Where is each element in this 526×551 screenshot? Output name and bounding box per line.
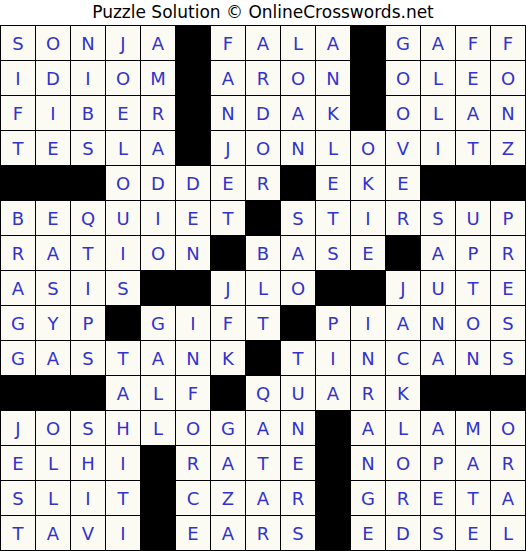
cell-r7c8: B: [246, 236, 280, 270]
block-r3c6: [176, 96, 210, 130]
block-r14c5: [141, 481, 175, 515]
cell-r7c15: R: [491, 236, 525, 270]
cell-r3c3: B: [71, 96, 105, 130]
cell-r15c12: D: [386, 516, 420, 550]
cell-r8c15: E: [491, 271, 525, 305]
cell-r12c7: G: [211, 411, 245, 445]
cell-r2c13: L: [421, 61, 455, 95]
cell-r4c12: V: [386, 131, 420, 165]
cell-r9c10: P: [316, 306, 350, 340]
cell-r11c8: Q: [246, 376, 280, 410]
cell-r3c7: N: [211, 96, 245, 130]
cell-r5c5: D: [141, 166, 175, 200]
cell-r8c4: S: [106, 271, 140, 305]
cell-r13c6: R: [176, 446, 210, 480]
cell-r12c12: L: [386, 411, 420, 445]
cell-r4c9: N: [281, 131, 315, 165]
cell-r6c7: T: [211, 201, 245, 235]
cell-r4c13: I: [421, 131, 455, 165]
cell-r13c4: I: [106, 446, 140, 480]
cell-r9c7: F: [211, 306, 245, 340]
cell-r9c8: T: [246, 306, 280, 340]
cell-r12c6: O: [176, 411, 210, 445]
cell-r2c5: M: [141, 61, 175, 95]
cell-r7c13: A: [421, 236, 455, 270]
puzzle-page: Puzzle Solution © OnlineCrosswords.net S…: [0, 0, 526, 551]
cell-r1c2: O: [36, 26, 70, 60]
cell-r13c1: E: [1, 446, 35, 480]
block-r6c8: [246, 201, 280, 235]
cell-r2c8: R: [246, 61, 280, 95]
cell-r9c14: O: [456, 306, 490, 340]
cell-r3c5: R: [141, 96, 175, 130]
block-r12c10: [316, 411, 350, 445]
cell-r10c7: K: [211, 341, 245, 375]
cell-r10c11: N: [351, 341, 385, 375]
cell-r3c4: E: [106, 96, 140, 130]
cell-r15c14: E: [456, 516, 490, 550]
cell-r2c4: O: [106, 61, 140, 95]
block-r7c7: [211, 236, 245, 270]
cell-r6c6: E: [176, 201, 210, 235]
cell-r10c4: T: [106, 341, 140, 375]
cell-r10c5: A: [141, 341, 175, 375]
block-r8c6: [176, 271, 210, 305]
cell-r6c10: T: [316, 201, 350, 235]
cell-r15c15: L: [491, 516, 525, 550]
cell-r12c1: J: [1, 411, 35, 445]
cell-r6c2: E: [36, 201, 70, 235]
cell-r6c5: I: [141, 201, 175, 235]
block-r8c5: [141, 271, 175, 305]
cell-r12c15: O: [491, 411, 525, 445]
cell-r9c5: G: [141, 306, 175, 340]
block-r11c3: [71, 376, 105, 410]
cell-r2c2: D: [36, 61, 70, 95]
cell-r4c4: L: [106, 131, 140, 165]
cell-r5c10: E: [316, 166, 350, 200]
cell-r7c2: A: [36, 236, 70, 270]
block-r10c8: [246, 341, 280, 375]
cell-r11c9: U: [281, 376, 315, 410]
block-r5c15: [491, 166, 525, 200]
cell-r12c3: S: [71, 411, 105, 445]
cell-r14c6: C: [176, 481, 210, 515]
cell-r1c14: F: [456, 26, 490, 60]
cell-r2c7: A: [211, 61, 245, 95]
cell-r3c2: I: [36, 96, 70, 130]
cell-r15c1: T: [1, 516, 35, 550]
block-r5c9: [281, 166, 315, 200]
cell-r7c5: O: [141, 236, 175, 270]
cell-r5c8: R: [246, 166, 280, 200]
block-r1c6: [176, 26, 210, 60]
cell-r2c9: O: [281, 61, 315, 95]
cell-r7c4: I: [106, 236, 140, 270]
cell-r1c7: F: [211, 26, 245, 60]
cell-r11c5: L: [141, 376, 175, 410]
cell-r13c9: E: [281, 446, 315, 480]
cell-r7c1: R: [1, 236, 35, 270]
cell-r1c12: G: [386, 26, 420, 60]
cell-r8c1: A: [1, 271, 35, 305]
block-r15c10: [316, 516, 350, 550]
crossword-grid: SONJAFALAGAFFIDIOMARONOLEOFIBERNDAKOLANT…: [0, 25, 526, 551]
cell-r15c2: A: [36, 516, 70, 550]
cell-r3c14: A: [456, 96, 490, 130]
cell-r12c8: A: [246, 411, 280, 445]
cell-r3c8: D: [246, 96, 280, 130]
cell-r7c10: S: [316, 236, 350, 270]
block-r3c11: [351, 96, 385, 130]
cell-r2c12: O: [386, 61, 420, 95]
cell-r8c8: L: [246, 271, 280, 305]
cell-r15c13: S: [421, 516, 455, 550]
cell-r6c11: I: [351, 201, 385, 235]
cell-r8c13: U: [421, 271, 455, 305]
cell-r14c3: I: [71, 481, 105, 515]
cell-r13c15: R: [491, 446, 525, 480]
cell-r11c6: F: [176, 376, 210, 410]
cell-r4c15: Z: [491, 131, 525, 165]
cell-r4c5: A: [141, 131, 175, 165]
cell-r15c4: I: [106, 516, 140, 550]
cell-r1c15: F: [491, 26, 525, 60]
cell-r9c15: S: [491, 306, 525, 340]
block-r2c11: [351, 61, 385, 95]
cell-r2c14: E: [456, 61, 490, 95]
cell-r11c10: A: [316, 376, 350, 410]
cell-r1c3: N: [71, 26, 105, 60]
cell-r12c4: H: [106, 411, 140, 445]
cell-r13c3: H: [71, 446, 105, 480]
cell-r3c12: O: [386, 96, 420, 130]
block-r4c6: [176, 131, 210, 165]
cell-r8c7: J: [211, 271, 245, 305]
cell-r13c13: P: [421, 446, 455, 480]
cell-r14c14: T: [456, 481, 490, 515]
cell-r15c7: A: [211, 516, 245, 550]
block-r5c2: [36, 166, 70, 200]
cell-r6c14: U: [456, 201, 490, 235]
cell-r12c14: M: [456, 411, 490, 445]
block-r7c12: [386, 236, 420, 270]
cell-r15c8: R: [246, 516, 280, 550]
cell-r13c14: A: [456, 446, 490, 480]
block-r11c7: [211, 376, 245, 410]
cell-r6c4: U: [106, 201, 140, 235]
cell-r7c11: E: [351, 236, 385, 270]
cell-r15c3: V: [71, 516, 105, 550]
cell-r1c4: J: [106, 26, 140, 60]
cell-r14c7: Z: [211, 481, 245, 515]
cell-r4c10: L: [316, 131, 350, 165]
cell-r11c12: K: [386, 376, 420, 410]
block-r11c2: [36, 376, 70, 410]
cell-r1c8: A: [246, 26, 280, 60]
cell-r9c1: G: [1, 306, 35, 340]
cell-r10c9: T: [281, 341, 315, 375]
cell-r4c11: O: [351, 131, 385, 165]
cell-r13c7: A: [211, 446, 245, 480]
block-r13c10: [316, 446, 350, 480]
cell-r12c9: N: [281, 411, 315, 445]
cell-r7c3: T: [71, 236, 105, 270]
block-r11c1: [1, 376, 35, 410]
cell-r4c2: E: [36, 131, 70, 165]
cell-r1c10: A: [316, 26, 350, 60]
cell-r10c10: I: [316, 341, 350, 375]
cell-r8c3: I: [71, 271, 105, 305]
page-title: Puzzle Solution © OnlineCrosswords.net: [0, 0, 526, 25]
cell-r2c3: I: [71, 61, 105, 95]
cell-r12c13: A: [421, 411, 455, 445]
cell-r6c12: R: [386, 201, 420, 235]
cell-r9c2: Y: [36, 306, 70, 340]
cell-r8c14: T: [456, 271, 490, 305]
cell-r10c13: A: [421, 341, 455, 375]
block-r8c10: [316, 271, 350, 305]
cell-r12c11: A: [351, 411, 385, 445]
cell-r10c12: C: [386, 341, 420, 375]
cell-r10c15: S: [491, 341, 525, 375]
cell-r8c2: S: [36, 271, 70, 305]
block-r5c3: [71, 166, 105, 200]
block-r13c5: [141, 446, 175, 480]
cell-r3c9: A: [281, 96, 315, 130]
block-r1c11: [351, 26, 385, 60]
cell-r6c13: S: [421, 201, 455, 235]
cell-r9c3: P: [71, 306, 105, 340]
cell-r14c11: G: [351, 481, 385, 515]
cell-r7c6: N: [176, 236, 210, 270]
cell-r8c12: J: [386, 271, 420, 305]
cell-r5c12: E: [386, 166, 420, 200]
block-r9c9: [281, 306, 315, 340]
cell-r5c6: D: [176, 166, 210, 200]
cell-r6c9: S: [281, 201, 315, 235]
cell-r14c1: S: [1, 481, 35, 515]
cell-r3c1: F: [1, 96, 35, 130]
cell-r11c4: A: [106, 376, 140, 410]
cell-r13c8: T: [246, 446, 280, 480]
cell-r12c2: O: [36, 411, 70, 445]
cell-r14c12: R: [386, 481, 420, 515]
block-r5c14: [456, 166, 490, 200]
block-r5c1: [1, 166, 35, 200]
cell-r14c15: A: [491, 481, 525, 515]
block-r15c5: [141, 516, 175, 550]
cell-r6c3: Q: [71, 201, 105, 235]
cell-r6c1: B: [1, 201, 35, 235]
block-r2c6: [176, 61, 210, 95]
cell-r3c15: N: [491, 96, 525, 130]
cell-r14c4: T: [106, 481, 140, 515]
cell-r7c9: A: [281, 236, 315, 270]
cell-r2c1: I: [1, 61, 35, 95]
cell-r5c4: O: [106, 166, 140, 200]
cell-r10c2: A: [36, 341, 70, 375]
cell-r14c9: R: [281, 481, 315, 515]
cell-r15c9: S: [281, 516, 315, 550]
cell-r13c2: L: [36, 446, 70, 480]
cell-r10c6: N: [176, 341, 210, 375]
cell-r3c10: K: [316, 96, 350, 130]
cell-r2c10: N: [316, 61, 350, 95]
cell-r7c14: P: [456, 236, 490, 270]
cell-r10c3: S: [71, 341, 105, 375]
cell-r9c13: N: [421, 306, 455, 340]
cell-r13c12: O: [386, 446, 420, 480]
cell-r1c13: A: [421, 26, 455, 60]
cell-r10c1: G: [1, 341, 35, 375]
cell-r8c9: O: [281, 271, 315, 305]
cell-r15c11: E: [351, 516, 385, 550]
block-r14c10: [316, 481, 350, 515]
cell-r4c1: T: [1, 131, 35, 165]
cell-r6c15: P: [491, 201, 525, 235]
cell-r14c2: L: [36, 481, 70, 515]
cell-r1c1: S: [1, 26, 35, 60]
cell-r9c12: A: [386, 306, 420, 340]
cell-r14c8: A: [246, 481, 280, 515]
cell-r5c7: E: [211, 166, 245, 200]
cell-r14c13: E: [421, 481, 455, 515]
block-r9c4: [106, 306, 140, 340]
cell-r15c6: E: [176, 516, 210, 550]
cell-r4c7: J: [211, 131, 245, 165]
cell-r12c5: L: [141, 411, 175, 445]
cell-r9c6: I: [176, 306, 210, 340]
block-r11c13: [421, 376, 455, 410]
cell-r4c8: O: [246, 131, 280, 165]
cell-r1c5: A: [141, 26, 175, 60]
cell-r4c14: T: [456, 131, 490, 165]
block-r8c11: [351, 271, 385, 305]
cell-r11c11: R: [351, 376, 385, 410]
cell-r10c14: N: [456, 341, 490, 375]
cell-r2c15: O: [491, 61, 525, 95]
cell-r5c11: K: [351, 166, 385, 200]
cell-r13c11: N: [351, 446, 385, 480]
cell-r3c13: L: [421, 96, 455, 130]
block-r5c13: [421, 166, 455, 200]
cell-r4c3: S: [71, 131, 105, 165]
block-r11c14: [456, 376, 490, 410]
cell-r1c9: L: [281, 26, 315, 60]
cell-r9c11: I: [351, 306, 385, 340]
block-r11c15: [491, 376, 525, 410]
